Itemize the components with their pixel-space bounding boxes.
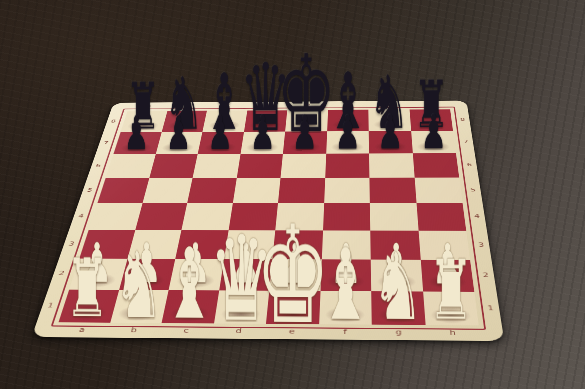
coord-file-f: f	[318, 326, 372, 338]
coord-file-h: h	[425, 327, 480, 339]
coord-rank-5: 5	[466, 177, 481, 203]
coord-rank-6: 6	[462, 153, 477, 177]
chess-photo-scene: abcdefgh abcdefgh 87654321 87654321 ♜♞♝♛…	[0, 0, 585, 389]
coord-file-b: b	[106, 325, 161, 337]
pieces-layer: ♜♞♝♛♚♝♞♜♟♟♟♟♟♟♟♟♟♟♟♟♟♟♟♟♜♞♝♛♚♝♞♜	[58, 109, 478, 325]
piece-white-rook-h1: ♜	[423, 291, 479, 325]
piece-black-pawn-h7: ♟	[411, 131, 456, 154]
coord-file-g: g	[372, 327, 426, 339]
chess-mat: abcdefgh abcdefgh 87654321 87654321 ♜♞♝♛…	[32, 101, 505, 341]
coord-rank-4: 4	[469, 203, 485, 230]
